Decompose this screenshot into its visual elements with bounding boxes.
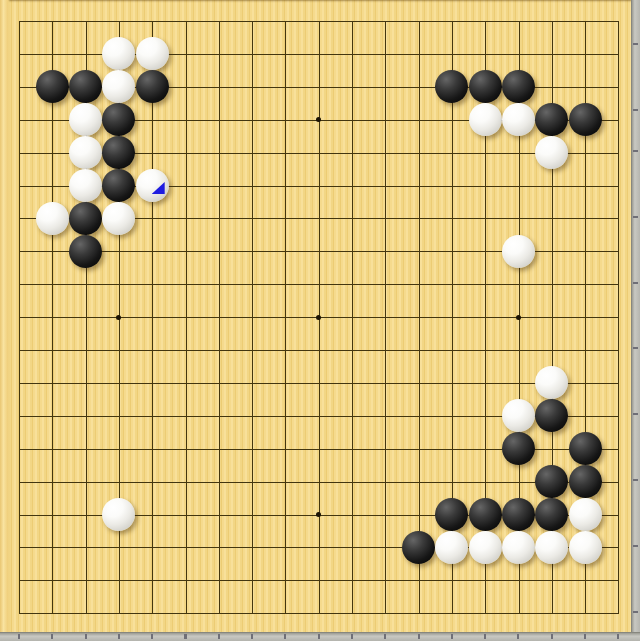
stone-black bbox=[136, 70, 169, 103]
stone-white bbox=[469, 103, 502, 136]
stone-white bbox=[535, 366, 568, 399]
stone-white bbox=[136, 169, 169, 202]
go-board[interactable] bbox=[0, 0, 632, 633]
stone-white bbox=[502, 235, 535, 268]
stone-white bbox=[69, 169, 102, 202]
stones-layer bbox=[2, 5, 635, 630]
stone-black bbox=[469, 70, 502, 103]
stone-white bbox=[69, 136, 102, 169]
go-app-window bbox=[0, 0, 640, 641]
stone-white bbox=[69, 103, 102, 136]
stone-black bbox=[502, 498, 535, 531]
horizontal-scrollbar[interactable] bbox=[0, 632, 640, 641]
stone-white bbox=[569, 531, 602, 564]
stone-black bbox=[535, 498, 568, 531]
stone-black bbox=[502, 432, 535, 465]
stone-black bbox=[502, 70, 535, 103]
stone-white bbox=[102, 498, 135, 531]
stone-black bbox=[535, 399, 568, 432]
last-move-triangle-marker bbox=[152, 182, 165, 194]
stone-black bbox=[435, 498, 468, 531]
stone-black bbox=[569, 465, 602, 498]
vertical-scrollbar[interactable] bbox=[631, 0, 640, 641]
stone-black bbox=[569, 103, 602, 136]
stone-black bbox=[102, 136, 135, 169]
horizontal-scrollbar-ticks bbox=[0, 634, 632, 639]
stone-white bbox=[102, 70, 135, 103]
stone-black bbox=[36, 70, 69, 103]
stone-white bbox=[36, 202, 69, 235]
stone-white bbox=[502, 103, 535, 136]
stone-white bbox=[435, 531, 468, 564]
stone-black bbox=[102, 103, 135, 136]
stone-white bbox=[502, 531, 535, 564]
stone-white bbox=[102, 202, 135, 235]
stone-white bbox=[469, 531, 502, 564]
stone-black bbox=[535, 465, 568, 498]
stone-white bbox=[535, 531, 568, 564]
stone-black bbox=[469, 498, 502, 531]
stone-white bbox=[569, 498, 602, 531]
stone-black bbox=[402, 531, 435, 564]
stone-black bbox=[102, 169, 135, 202]
vertical-scrollbar-ticks bbox=[633, 0, 638, 633]
stone-black bbox=[435, 70, 468, 103]
stone-black bbox=[535, 103, 568, 136]
stone-white bbox=[535, 136, 568, 169]
stone-white bbox=[502, 399, 535, 432]
stone-black bbox=[69, 70, 102, 103]
stone-black bbox=[569, 432, 602, 465]
stone-white bbox=[102, 37, 135, 70]
stone-black bbox=[69, 202, 102, 235]
stone-white bbox=[136, 37, 169, 70]
stone-black bbox=[69, 235, 102, 268]
